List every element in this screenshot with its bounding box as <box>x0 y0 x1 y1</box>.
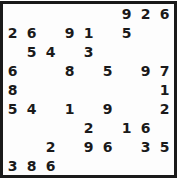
cell-r4c4: 8 <box>60 61 80 81</box>
cell-r5c1: 8 <box>3 80 23 100</box>
cell-r4c8: 9 <box>136 61 156 81</box>
cell-r5c8[interactable] <box>136 80 156 100</box>
cell-r1c4[interactable] <box>60 4 80 24</box>
cell-r2c2: 6 <box>22 23 42 43</box>
cell-r1c5[interactable] <box>79 4 99 24</box>
cell-r8c8: 3 <box>136 137 156 157</box>
cell-r2c7: 5 <box>117 23 137 43</box>
cell-r4c9: 7 <box>155 61 174 81</box>
cell-r2c4: 9 <box>60 23 80 43</box>
cell-r5c4[interactable] <box>60 80 80 100</box>
cell-r8c5: 9 <box>79 137 99 157</box>
cell-r7c5: 2 <box>79 118 99 138</box>
cell-r8c7[interactable] <box>117 137 137 157</box>
sudoku-board: 9262691554368597815419221629635386 <box>0 1 177 178</box>
sudoku-page: 9262691554368597815419221629635386 <box>0 0 189 190</box>
cell-r7c2[interactable] <box>22 118 42 138</box>
cell-r8c9: 5 <box>155 137 174 157</box>
cell-r2c5: 1 <box>79 23 99 43</box>
cell-r1c7: 9 <box>117 4 137 24</box>
cell-r9c7[interactable] <box>117 156 137 175</box>
cell-r9c8[interactable] <box>136 156 156 175</box>
cell-r9c4[interactable] <box>60 156 80 175</box>
cell-r5c5[interactable] <box>79 80 99 100</box>
cell-r5c2[interactable] <box>22 80 42 100</box>
cell-r7c1[interactable] <box>3 118 23 138</box>
cell-r9c9[interactable] <box>155 156 174 175</box>
cell-r7c8: 6 <box>136 118 156 138</box>
cell-r5c7[interactable] <box>117 80 137 100</box>
cell-r9c1: 3 <box>3 156 23 175</box>
cell-r9c5[interactable] <box>79 156 99 175</box>
cell-r1c1[interactable] <box>3 4 23 24</box>
cell-r8c4[interactable] <box>60 137 80 157</box>
cell-r9c2: 8 <box>22 156 42 175</box>
cell-r4c7[interactable] <box>117 61 137 81</box>
cell-r4c5[interactable] <box>79 61 99 81</box>
cell-r8c2[interactable] <box>22 137 42 157</box>
cell-r5c9: 1 <box>155 80 174 100</box>
cell-r2c9[interactable] <box>155 23 174 43</box>
cell-r1c2[interactable] <box>22 4 42 24</box>
cell-r2c1: 2 <box>3 23 23 43</box>
cell-r8c1[interactable] <box>3 137 23 157</box>
cell-r7c4[interactable] <box>60 118 80 138</box>
cell-r4c1: 6 <box>3 61 23 81</box>
cell-r1c8: 2 <box>136 4 156 24</box>
cell-r7c7: 1 <box>117 118 137 138</box>
cell-r7c9[interactable] <box>155 118 174 138</box>
cell-r4c2[interactable] <box>22 61 42 81</box>
cell-r2c8[interactable] <box>136 23 156 43</box>
cell-r1c9: 6 <box>155 4 174 24</box>
